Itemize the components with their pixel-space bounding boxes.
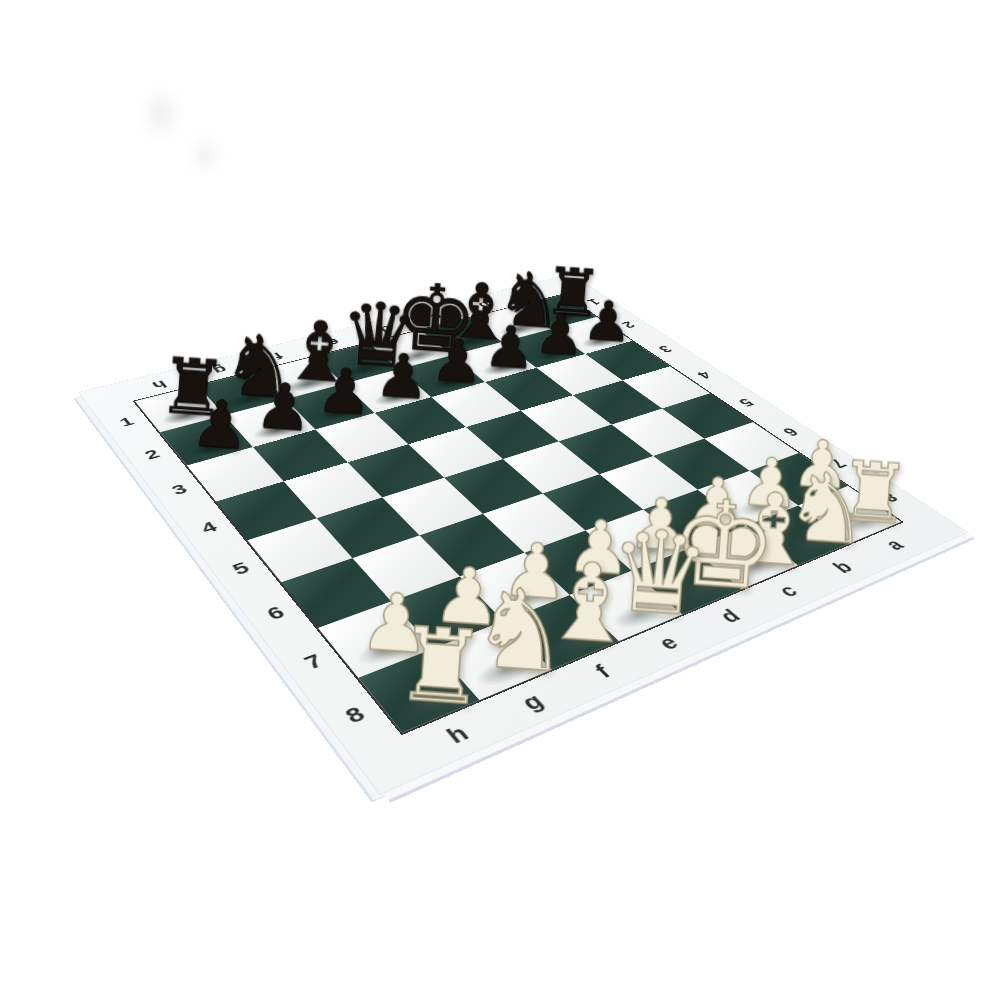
black-pawn-h2[interactable]: ♟ [183,390,258,460]
board-perspective-wrap: hgfedcba 12345678 12345678 hgfedcba ♜♞♝♛… [160,116,843,799]
rank-label-2-left: 2 [122,434,182,477]
chess-board: hgfedcba 12345678 12345678 hgfedcba ♜♞♝♛… [78,274,969,796]
black-pawn-f2[interactable]: ♟ [309,358,380,424]
square-h8[interactable]: ♜ [359,648,480,732]
square-h2[interactable]: ♟ [160,415,253,465]
background-smudge [140,88,182,140]
white-rook-h8[interactable]: ♜ [392,612,489,720]
black-pawn-g2[interactable]: ♟ [248,374,321,442]
square-d4[interactable] [466,411,559,459]
photo-background: hgfedcba 12345678 12345678 hgfedcba ♜♞♝♛… [0,0,1000,1000]
